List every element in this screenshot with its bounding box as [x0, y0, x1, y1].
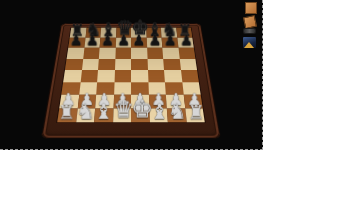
square-g1[interactable]: ♞ [167, 108, 186, 122]
board-grid[interactable]: ♜♞♝♛♚♝♞♜♟♟♟♟♟♟♟♟♟♟♟♟♟♟♟♟♜♞♝♛♚♝♞♜ [57, 28, 204, 122]
piece-white-knight[interactable]: ♞ [76, 101, 94, 122]
square-b6[interactable] [83, 48, 100, 59]
square-e6[interactable] [131, 48, 147, 59]
square-a1[interactable]: ♜ [57, 108, 77, 122]
square-d5[interactable] [115, 59, 132, 70]
square-f4[interactable] [148, 70, 165, 82]
square-b1[interactable]: ♞ [76, 108, 95, 122]
square-c1[interactable]: ♝ [94, 108, 113, 122]
chess-board: ♜♞♝♛♚♝♞♜♟♟♟♟♟♟♟♟♟♟♟♟♟♟♟♟♜♞♝♛♚♝♞♜ [57, 28, 204, 122]
square-g7[interactable]: ♟ [162, 38, 178, 48]
square-a6[interactable] [67, 48, 84, 59]
piece-black-pawn[interactable]: ♟ [100, 34, 116, 48]
square-g6[interactable] [162, 48, 179, 59]
square-a4[interactable] [63, 70, 81, 82]
chess-app-canvas: ♜♞♝♛♚♝♞♜♟♟♟♟♟♟♟♟♟♟♟♟♟♟♟♟♜♞♝♛♚♝♞♜ [0, 0, 263, 150]
square-c4[interactable] [97, 70, 114, 82]
square-h7[interactable]: ♟ [177, 38, 194, 48]
square-a5[interactable] [65, 59, 83, 70]
piece-black-pawn[interactable]: ♟ [162, 34, 178, 48]
square-e7[interactable]: ♟ [131, 38, 147, 48]
piece-white-queen[interactable]: ♛ [113, 99, 131, 122]
square-h6[interactable] [178, 48, 195, 59]
piece-white-rook[interactable]: ♜ [57, 103, 75, 122]
square-d4[interactable] [114, 70, 131, 82]
square-h1[interactable]: ♜ [185, 108, 205, 122]
square-e5[interactable] [131, 59, 148, 70]
piece-white-bishop[interactable]: ♝ [149, 101, 167, 122]
piece-white-rook[interactable]: ♜ [186, 103, 204, 122]
board-texture-swatch-tilted-icon[interactable] [243, 15, 257, 29]
side-toolbar [239, 0, 261, 64]
square-d1[interactable]: ♛ [113, 108, 131, 122]
square-g4[interactable] [164, 70, 182, 82]
square-b4[interactable] [80, 70, 98, 82]
mini-label-icon[interactable] [244, 29, 255, 33]
square-d6[interactable] [115, 48, 131, 59]
square-b5[interactable] [82, 59, 99, 70]
square-f5[interactable] [147, 59, 164, 70]
square-h4[interactable] [181, 70, 199, 82]
square-c5[interactable] [98, 59, 115, 70]
scene-thumbnail-icon[interactable] [243, 37, 256, 48]
square-f7[interactable]: ♟ [146, 38, 162, 48]
piece-white-bishop[interactable]: ♝ [94, 101, 112, 122]
piece-black-pawn[interactable]: ♟ [147, 34, 163, 48]
piece-black-pawn[interactable]: ♟ [68, 34, 84, 48]
board-scene: ♜♞♝♛♚♝♞♜♟♟♟♟♟♟♟♟♟♟♟♟♟♟♟♟♜♞♝♛♚♝♞♜ [0, 0, 262, 149]
square-f6[interactable] [147, 48, 163, 59]
piece-black-pawn[interactable]: ♟ [115, 34, 131, 48]
square-c7[interactable]: ♟ [100, 38, 116, 48]
piece-white-king[interactable]: ♚ [131, 98, 149, 123]
square-d7[interactable]: ♟ [115, 38, 131, 48]
piece-black-pawn[interactable]: ♟ [178, 34, 194, 48]
piece-white-knight[interactable]: ♞ [168, 101, 186, 122]
page-background: ♜♞♝♛♚♝♞♜♟♟♟♟♟♟♟♟♟♟♟♟♟♟♟♟♜♞♝♛♚♝♞♜ [0, 0, 350, 197]
square-e4[interactable] [131, 70, 148, 82]
square-c6[interactable] [99, 48, 115, 59]
square-f1[interactable]: ♝ [149, 108, 168, 122]
board-texture-swatch-icon[interactable] [245, 2, 257, 14]
piece-black-pawn[interactable]: ♟ [84, 34, 100, 48]
pyramid-icon [244, 42, 254, 48]
piece-black-pawn[interactable]: ♟ [131, 34, 147, 48]
square-a7[interactable]: ♟ [68, 38, 85, 48]
square-g5[interactable] [163, 59, 180, 70]
square-b7[interactable]: ♟ [84, 38, 100, 48]
square-h5[interactable] [179, 59, 197, 70]
square-e1[interactable]: ♚ [131, 108, 149, 122]
